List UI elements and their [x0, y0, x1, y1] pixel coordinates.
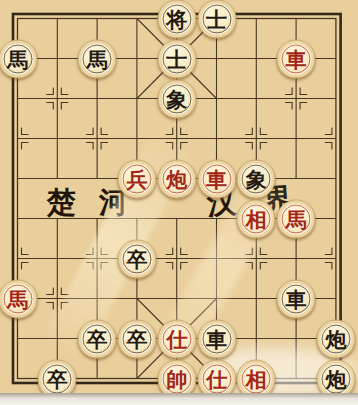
piece-black-general[interactable]: 将	[157, 0, 196, 38]
piece-character: 馬	[7, 280, 28, 317]
piece-character: 車	[206, 320, 227, 357]
piece-character: 馬	[87, 40, 108, 77]
piece-black-advisor[interactable]: 士	[197, 0, 236, 38]
piece-black-cannon[interactable]: 炮	[316, 319, 355, 358]
piece-red-advisor[interactable]: 仕	[157, 319, 196, 358]
piece-black-elephant[interactable]: 象	[237, 159, 276, 198]
piece-red-elephant[interactable]: 相	[237, 199, 276, 238]
piece-character: 卒	[47, 360, 68, 397]
piece-red-soldier[interactable]: 兵	[117, 159, 156, 198]
piece-red-horse[interactable]: 馬	[277, 199, 316, 238]
piece-character: 炮	[325, 320, 346, 357]
piece-black-horse[interactable]: 馬	[78, 39, 117, 78]
piece-character: 馬	[286, 200, 307, 237]
piece-black-chariot[interactable]: 車	[197, 319, 236, 358]
piece-character: 車	[286, 40, 307, 77]
piece-black-elephant[interactable]: 象	[157, 79, 196, 118]
piece-black-chariot[interactable]: 車	[277, 279, 316, 318]
piece-character: 仕	[206, 360, 227, 397]
piece-black-soldier[interactable]: 卒	[78, 319, 117, 358]
piece-character: 卒	[126, 240, 147, 277]
piece-black-advisor[interactable]: 士	[157, 39, 196, 78]
piece-character: 帥	[166, 360, 187, 397]
piece-character: 炮	[166, 160, 187, 197]
piece-character: 卒	[87, 320, 108, 357]
piece-character: 馬	[7, 40, 28, 77]
piece-red-cannon[interactable]: 炮	[157, 159, 196, 198]
piece-character: 卒	[126, 320, 147, 357]
piece-character: 相	[246, 360, 267, 397]
piece-character: 士	[166, 40, 187, 77]
piece-character: 仕	[166, 320, 187, 357]
piece-red-chariot[interactable]: 車	[197, 159, 236, 198]
board-bottom-edge	[0, 393, 358, 405]
game-screen: 楚河 汉界 将士馬馬士車象兵炮車象相馬卒馬車卒卒仕車炮卒帥仕相炮	[0, 0, 358, 405]
piece-character: 象	[166, 80, 187, 117]
piece-black-soldier[interactable]: 卒	[117, 239, 156, 278]
piece-black-soldier[interactable]: 卒	[117, 319, 156, 358]
piece-character: 将	[166, 0, 187, 37]
piece-character: 士	[206, 0, 227, 37]
piece-red-chariot[interactable]: 車	[277, 39, 316, 78]
piece-character: 車	[206, 160, 227, 197]
piece-character: 炮	[325, 360, 346, 397]
piece-character: 象	[246, 160, 267, 197]
piece-character: 相	[246, 200, 267, 237]
piece-character: 兵	[126, 160, 147, 197]
piece-character: 車	[286, 280, 307, 317]
